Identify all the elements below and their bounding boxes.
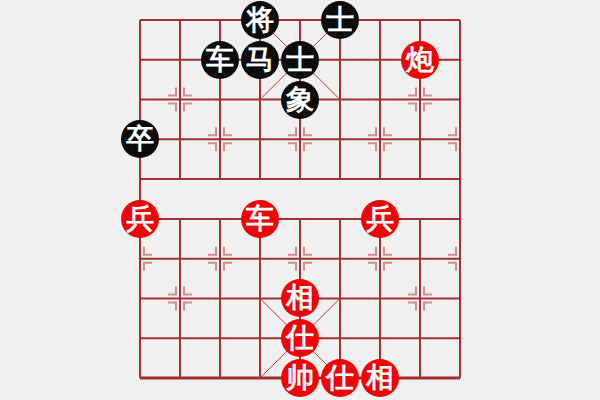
black-advisor-b[interactable]: 士 [281, 41, 319, 79]
red-advisor-a[interactable]: 仕 [281, 319, 319, 357]
red-rook[interactable]: 车 [241, 200, 279, 238]
red-pawn-a[interactable]: 兵 [121, 200, 159, 238]
black-general[interactable]: 将 [241, 1, 279, 39]
black-horse[interactable]: 马 [241, 41, 279, 79]
red-advisor-b[interactable]: 仕 [321, 359, 359, 397]
red-king[interactable]: 帅 [281, 359, 319, 397]
red-elephant-a[interactable]: 相 [281, 279, 319, 317]
red-pawn-b[interactable]: 兵 [361, 200, 399, 238]
pieces-layer: 将士车马士象卒炮兵车兵相仕帅仕相 [120, 0, 480, 398]
app-background: 将士车马士象卒炮兵车兵相仕帅仕相 [0, 0, 600, 400]
black-rook[interactable]: 车 [201, 41, 239, 79]
xiangqi-board[interactable]: 将士车马士象卒炮兵车兵相仕帅仕相 [0, 0, 600, 400]
red-elephant-b[interactable]: 相 [361, 359, 399, 397]
black-pawn[interactable]: 卒 [121, 120, 159, 158]
red-cannon[interactable]: 炮 [401, 41, 439, 79]
black-elephant[interactable]: 象 [281, 81, 319, 119]
black-advisor-a[interactable]: 士 [321, 1, 359, 39]
